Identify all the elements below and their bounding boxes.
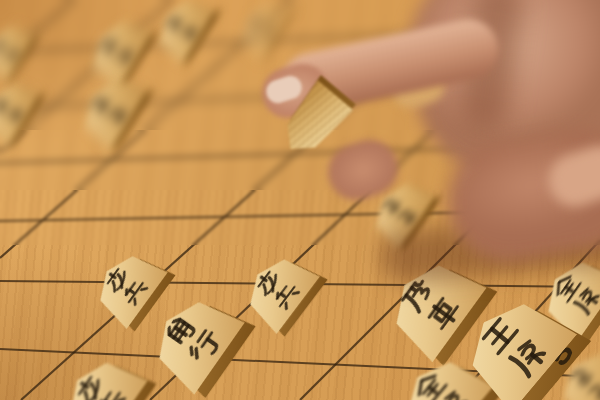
photo-shogi-scene xyxy=(0,0,600,400)
grid-line xyxy=(0,26,600,52)
grid-line xyxy=(0,210,600,221)
